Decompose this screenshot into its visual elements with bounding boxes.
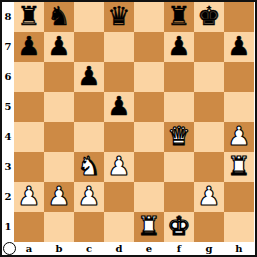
file-label-b: b	[44, 242, 74, 255]
square-a8[interactable]: ♜	[14, 2, 44, 32]
square-g7[interactable]	[194, 32, 224, 62]
square-e8[interactable]	[134, 2, 164, 32]
piece-black-pawn-a7[interactable]: ♟	[14, 32, 44, 62]
square-h6[interactable]	[224, 62, 254, 92]
square-d2[interactable]	[104, 182, 134, 212]
square-g2[interactable]: ♟	[194, 182, 224, 212]
piece-white-pawn-d3[interactable]: ♟	[104, 152, 134, 182]
square-b1[interactable]	[44, 212, 74, 242]
square-e4[interactable]	[134, 122, 164, 152]
chess-board: ♜♞♛♜♚♟♟♟♟♟♟♛♟♞♟♜♟♟♟♟♜♚	[14, 2, 254, 242]
square-g6[interactable]	[194, 62, 224, 92]
piece-white-rook-h3[interactable]: ♜	[224, 152, 254, 182]
square-h7[interactable]: ♟	[224, 32, 254, 62]
square-a3[interactable]	[14, 152, 44, 182]
square-c2[interactable]: ♟	[74, 182, 104, 212]
square-h3[interactable]: ♜	[224, 152, 254, 182]
square-d8[interactable]: ♛	[104, 2, 134, 32]
square-d5[interactable]: ♟	[104, 92, 134, 122]
file-label-a: a	[14, 242, 44, 255]
piece-white-queen-f4[interactable]: ♛	[164, 122, 194, 152]
square-e5[interactable]	[134, 92, 164, 122]
square-b6[interactable]	[44, 62, 74, 92]
square-f7[interactable]: ♟	[164, 32, 194, 62]
piece-white-knight-c3[interactable]: ♞	[74, 152, 104, 182]
square-c8[interactable]	[74, 2, 104, 32]
piece-black-rook-f8[interactable]: ♜	[164, 2, 194, 32]
file-label-e: e	[134, 242, 164, 255]
piece-white-pawn-b2[interactable]: ♟	[44, 182, 74, 212]
square-c5[interactable]	[74, 92, 104, 122]
square-h2[interactable]	[224, 182, 254, 212]
square-b8[interactable]: ♞	[44, 2, 74, 32]
piece-white-king-f1[interactable]: ♚	[164, 212, 194, 242]
square-f1[interactable]: ♚	[164, 212, 194, 242]
square-a5[interactable]	[14, 92, 44, 122]
file-label-h: h	[224, 242, 254, 255]
square-h5[interactable]	[224, 92, 254, 122]
square-g8[interactable]: ♚	[194, 2, 224, 32]
file-label-d: d	[104, 242, 134, 255]
square-b5[interactable]	[44, 92, 74, 122]
file-label-f: f	[164, 242, 194, 255]
file-label-c: c	[74, 242, 104, 255]
rank-label-4: 4	[2, 122, 14, 152]
piece-black-pawn-d5[interactable]: ♟	[104, 92, 134, 122]
square-f2[interactable]	[164, 182, 194, 212]
square-f3[interactable]	[164, 152, 194, 182]
square-c7[interactable]	[74, 32, 104, 62]
square-c1[interactable]	[74, 212, 104, 242]
side-to-move-indicator	[3, 242, 16, 255]
square-d3[interactable]: ♟	[104, 152, 134, 182]
piece-white-pawn-a2[interactable]: ♟	[14, 182, 44, 212]
file-label-g: g	[194, 242, 224, 255]
square-d4[interactable]	[104, 122, 134, 152]
square-b2[interactable]: ♟	[44, 182, 74, 212]
piece-white-pawn-h4[interactable]: ♟	[224, 122, 254, 152]
rank-label-8: 8	[2, 2, 14, 32]
square-d6[interactable]	[104, 62, 134, 92]
square-g1[interactable]	[194, 212, 224, 242]
square-h4[interactable]: ♟	[224, 122, 254, 152]
square-c4[interactable]	[74, 122, 104, 152]
square-a2[interactable]: ♟	[14, 182, 44, 212]
rank-label-7: 7	[2, 32, 14, 62]
piece-black-knight-b8[interactable]: ♞	[44, 2, 74, 32]
rank-label-5: 5	[2, 92, 14, 122]
chess-diagram: ♜♞♛♜♚♟♟♟♟♟♟♛♟♞♟♜♟♟♟♟♜♚ 87654321 abcdefgh	[0, 0, 257, 257]
piece-black-pawn-b7[interactable]: ♟	[44, 32, 74, 62]
square-h8[interactable]	[224, 2, 254, 32]
square-e7[interactable]	[134, 32, 164, 62]
square-b3[interactable]	[44, 152, 74, 182]
square-g5[interactable]	[194, 92, 224, 122]
square-c6[interactable]: ♟	[74, 62, 104, 92]
rank-label-3: 3	[2, 152, 14, 182]
rank-label-1: 1	[2, 212, 14, 242]
square-e6[interactable]	[134, 62, 164, 92]
square-e1[interactable]: ♜	[134, 212, 164, 242]
rank-label-6: 6	[2, 62, 14, 92]
square-b4[interactable]	[44, 122, 74, 152]
rank-label-2: 2	[2, 182, 14, 212]
piece-white-pawn-g2[interactable]: ♟	[194, 182, 224, 212]
piece-black-rook-a8[interactable]: ♜	[14, 2, 44, 32]
square-f5[interactable]	[164, 92, 194, 122]
square-a7[interactable]: ♟	[14, 32, 44, 62]
square-g3[interactable]	[194, 152, 224, 182]
piece-black-queen-d8[interactable]: ♛	[104, 2, 134, 32]
square-h1[interactable]	[224, 212, 254, 242]
square-g4[interactable]	[194, 122, 224, 152]
square-a1[interactable]	[14, 212, 44, 242]
square-f8[interactable]: ♜	[164, 2, 194, 32]
square-c3[interactable]: ♞	[74, 152, 104, 182]
square-f4[interactable]: ♛	[164, 122, 194, 152]
piece-black-king-g8[interactable]: ♚	[194, 2, 224, 32]
piece-black-pawn-c6[interactable]: ♟	[74, 62, 104, 92]
square-e3[interactable]	[134, 152, 164, 182]
square-a6[interactable]	[14, 62, 44, 92]
square-a4[interactable]	[14, 122, 44, 152]
piece-black-pawn-f7[interactable]: ♟	[164, 32, 194, 62]
square-b7[interactable]: ♟	[44, 32, 74, 62]
square-f6[interactable]	[164, 62, 194, 92]
piece-white-pawn-c2[interactable]: ♟	[74, 182, 104, 212]
square-e2[interactable]	[134, 182, 164, 212]
square-d1[interactable]	[104, 212, 134, 242]
piece-black-pawn-h7[interactable]: ♟	[224, 32, 254, 62]
piece-white-rook-e1[interactable]: ♜	[134, 212, 164, 242]
square-d7[interactable]	[104, 32, 134, 62]
